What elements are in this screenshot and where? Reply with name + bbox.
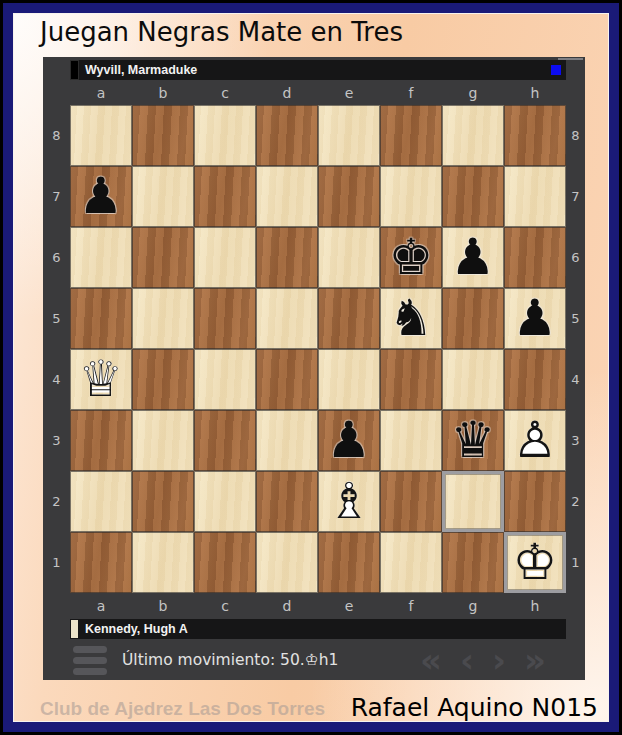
- rank-label-5: 5: [566, 288, 585, 349]
- file-label-g: g: [442, 593, 504, 618]
- square-b3[interactable]: [132, 410, 194, 471]
- square-e2[interactable]: ♝♗: [318, 471, 380, 532]
- square-g7[interactable]: [442, 166, 504, 227]
- black-pawn[interactable]: ♟: [70, 166, 132, 227]
- file-label-b: b: [132, 593, 194, 618]
- square-c7[interactable]: [194, 166, 256, 227]
- black-pawn-glyph: ♟: [318, 410, 380, 471]
- file-label-e: e: [318, 80, 380, 105]
- square-c2[interactable]: [194, 471, 256, 532]
- rank-label-3: 3: [566, 410, 585, 471]
- square-b7[interactable]: [132, 166, 194, 227]
- rank-label-8: 8: [566, 105, 585, 166]
- file-label-g: g: [442, 80, 504, 105]
- rank-label-4: 4: [566, 349, 585, 410]
- square-e6[interactable]: [318, 227, 380, 288]
- rank-label-2: 2: [43, 471, 70, 532]
- rank-label-4: 4: [43, 349, 70, 410]
- square-c6[interactable]: [194, 227, 256, 288]
- black-king[interactable]: ♚: [380, 227, 442, 288]
- square-e7[interactable]: [318, 166, 380, 227]
- square-h1[interactable]: ♚♔: [504, 532, 566, 593]
- player-name-white: Kennedy, Hugh A: [85, 622, 188, 636]
- square-a1[interactable]: [70, 532, 132, 593]
- rank-label-7: 7: [43, 166, 70, 227]
- controls-bar: Último movimiento: 50.♔h1 « ‹ › »: [70, 640, 566, 680]
- square-g6[interactable]: ♟: [442, 227, 504, 288]
- square-a2[interactable]: [70, 471, 132, 532]
- white-bishop[interactable]: ♝♗: [318, 471, 380, 532]
- nav-prev-button[interactable]: ‹: [460, 641, 474, 679]
- file-label-b: b: [132, 80, 194, 105]
- file-label-f: f: [380, 593, 442, 618]
- rank-label-7: 7: [566, 166, 585, 227]
- square-b2[interactable]: [132, 471, 194, 532]
- square-d8[interactable]: [256, 105, 318, 166]
- nav-last-button[interactable]: »: [524, 641, 546, 679]
- rank-labels-right: 87654321: [566, 105, 585, 593]
- square-g1[interactable]: [442, 532, 504, 593]
- file-label-c: c: [194, 593, 256, 618]
- file-label-d: d: [256, 593, 318, 618]
- last-move-text: Último movimiento: 50.♔h1: [122, 651, 338, 669]
- square-d1[interactable]: [256, 532, 318, 593]
- black-pawn[interactable]: ♟: [442, 227, 504, 288]
- black-knight-glyph: ♞: [380, 288, 442, 349]
- file-label-a: a: [70, 80, 132, 105]
- square-h2[interactable]: [504, 471, 566, 532]
- black-king-glyph: ♚: [380, 227, 442, 288]
- square-f4[interactable]: [380, 349, 442, 410]
- nav-next-button[interactable]: ›: [492, 641, 506, 679]
- rank-label-2: 2: [566, 471, 585, 532]
- file-label-d: d: [256, 80, 318, 105]
- black-queen[interactable]: ♛: [442, 410, 504, 471]
- rank-labels-left: 87654321: [43, 105, 70, 593]
- file-label-f: f: [380, 80, 442, 105]
- square-c5[interactable]: [194, 288, 256, 349]
- square-d2[interactable]: [256, 471, 318, 532]
- square-h6[interactable]: [504, 227, 566, 288]
- player-name-black: Wyvill, Marmaduke: [85, 63, 197, 77]
- square-b5[interactable]: [132, 288, 194, 349]
- square-a5[interactable]: [70, 288, 132, 349]
- puzzle-title: Juegan Negras Mate en Tres: [40, 17, 403, 47]
- square-g4[interactable]: [442, 349, 504, 410]
- black-queen-glyph: ♛: [442, 410, 504, 471]
- square-b6[interactable]: [132, 227, 194, 288]
- square-d6[interactable]: [256, 227, 318, 288]
- author-credit: Rafael Aquino N015: [351, 693, 598, 722]
- square-g5[interactable]: [442, 288, 504, 349]
- black-pawn-glyph: ♟: [70, 166, 132, 227]
- file-label-e: e: [318, 593, 380, 618]
- white-side-indicator: [71, 620, 78, 638]
- white-king-outline: ♔: [504, 532, 566, 593]
- nav-first-button[interactable]: «: [420, 641, 442, 679]
- rank-label-6: 6: [566, 227, 585, 288]
- square-g3[interactable]: ♛: [442, 410, 504, 471]
- rank-label-6: 6: [43, 227, 70, 288]
- file-labels-top: abcdefgh: [70, 80, 566, 105]
- square-a6[interactable]: [70, 227, 132, 288]
- square-f3[interactable]: [380, 410, 442, 471]
- board-panel: Wyvill, Marmaduke abcdefgh 87654321 ♟♚♟♞…: [43, 57, 585, 680]
- square-d5[interactable]: [256, 288, 318, 349]
- turn-indicator-square: [551, 65, 561, 75]
- black-pawn[interactable]: ♟: [318, 410, 380, 471]
- square-h3[interactable]: ♟♙: [504, 410, 566, 471]
- club-watermark: Club de Ajedrez Las Dos Torres: [40, 698, 325, 720]
- file-label-h: h: [504, 593, 566, 618]
- square-b4[interactable]: [132, 349, 194, 410]
- square-g8[interactable]: [442, 105, 504, 166]
- white-queen[interactable]: ♛♕: [70, 349, 132, 410]
- black-knight[interactable]: ♞: [380, 288, 442, 349]
- square-e8[interactable]: [318, 105, 380, 166]
- black-pawn-glyph: ♟: [442, 227, 504, 288]
- square-a4[interactable]: ♛♕: [70, 349, 132, 410]
- file-label-c: c: [194, 80, 256, 105]
- white-pawn-outline: ♙: [504, 410, 566, 471]
- square-e1[interactable]: [318, 532, 380, 593]
- rank-label-3: 3: [43, 410, 70, 471]
- square-e5[interactable]: [318, 288, 380, 349]
- square-e4[interactable]: [318, 349, 380, 410]
- player-bar-black: Wyvill, Marmaduke: [70, 60, 566, 80]
- square-f1[interactable]: [380, 532, 442, 593]
- square-h7[interactable]: [504, 166, 566, 227]
- square-a7[interactable]: ♟: [70, 166, 132, 227]
- square-f8[interactable]: [380, 105, 442, 166]
- page: Juegan Negras Mate en Tres Wyvill, Marma…: [0, 0, 622, 735]
- rank-label-8: 8: [43, 105, 70, 166]
- file-labels-bottom: abcdefgh: [70, 593, 566, 618]
- white-bishop-outline: ♗: [318, 471, 380, 532]
- square-c3[interactable]: [194, 410, 256, 471]
- rank-label-1: 1: [43, 532, 70, 593]
- white-pawn[interactable]: ♟♙: [504, 410, 566, 471]
- square-d7[interactable]: [256, 166, 318, 227]
- square-b1[interactable]: [132, 532, 194, 593]
- white-king[interactable]: ♚♔: [504, 532, 566, 593]
- black-side-indicator: [71, 61, 78, 79]
- rank-label-1: 1: [566, 532, 585, 593]
- square-c1[interactable]: [194, 532, 256, 593]
- square-c4[interactable]: [194, 349, 256, 410]
- rank-label-5: 5: [43, 288, 70, 349]
- white-queen-outline: ♕: [70, 349, 132, 410]
- square-d4[interactable]: [256, 349, 318, 410]
- square-f7[interactable]: [380, 166, 442, 227]
- square-a8[interactable]: [70, 105, 132, 166]
- file-label-h: h: [504, 80, 566, 105]
- square-a3[interactable]: [70, 410, 132, 471]
- player-bar-white: Kennedy, Hugh A: [70, 619, 566, 639]
- square-e3[interactable]: ♟: [318, 410, 380, 471]
- black-pawn-glyph: ♟: [504, 288, 566, 349]
- square-c8[interactable]: [194, 105, 256, 166]
- square-d3[interactable]: [256, 410, 318, 471]
- move-navigation: « ‹ › »: [420, 641, 546, 679]
- menu-icon[interactable]: [73, 646, 107, 675]
- square-h4[interactable]: [504, 349, 566, 410]
- square-b8[interactable]: [132, 105, 194, 166]
- square-h8[interactable]: [504, 105, 566, 166]
- square-f6[interactable]: ♚: [380, 227, 442, 288]
- chess-board: ♟♚♟♞♟♛♕♟♛♟♙♝♗♚♔: [70, 105, 566, 593]
- square-f2[interactable]: [380, 471, 442, 532]
- square-h5[interactable]: ♟: [504, 288, 566, 349]
- file-label-a: a: [70, 593, 132, 618]
- square-f5[interactable]: ♞: [380, 288, 442, 349]
- black-pawn[interactable]: ♟: [504, 288, 566, 349]
- square-g2[interactable]: [442, 471, 504, 532]
